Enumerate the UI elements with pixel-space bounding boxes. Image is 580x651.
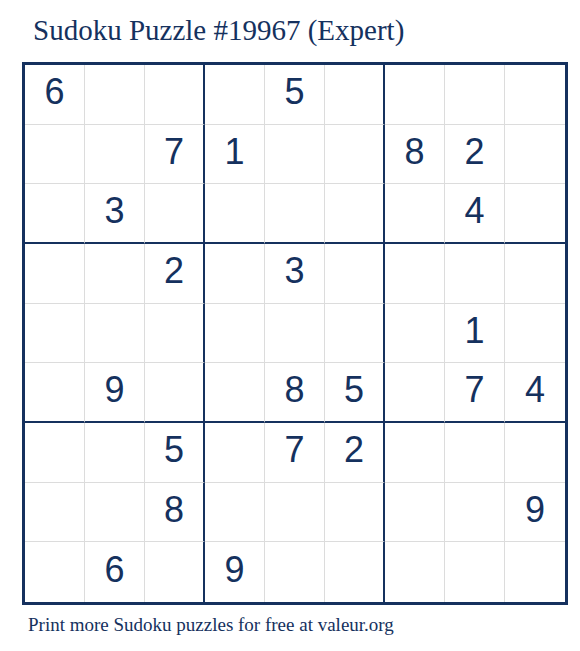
cell-r1c9[interactable] [505, 65, 565, 125]
cell-r1c1[interactable]: 6 [25, 65, 85, 125]
cell-r2c9[interactable] [505, 125, 565, 185]
cell-r6c6[interactable]: 5 [325, 363, 385, 423]
cell-r6c8[interactable]: 7 [445, 363, 505, 423]
cell-r1c3[interactable] [145, 65, 205, 125]
cell-r4c3[interactable]: 2 [145, 244, 205, 304]
cell-r2c2[interactable] [85, 125, 145, 185]
cell-r3c2[interactable]: 3 [85, 184, 145, 244]
cell-r4c4[interactable] [205, 244, 265, 304]
cell-r3c1[interactable] [25, 184, 85, 244]
cell-r8c8[interactable] [445, 483, 505, 543]
cell-r3c6[interactable] [325, 184, 385, 244]
sudoku-board: 65718234231985745728969 [22, 62, 568, 605]
cell-r4c1[interactable] [25, 244, 85, 304]
cell-r9c1[interactable] [25, 542, 85, 602]
cell-r7c4[interactable] [205, 423, 265, 483]
cell-r4c2[interactable] [85, 244, 145, 304]
cell-r7c3[interactable]: 5 [145, 423, 205, 483]
cell-r6c2[interactable]: 9 [85, 363, 145, 423]
cell-r8c4[interactable] [205, 483, 265, 543]
cell-r8c5[interactable] [265, 483, 325, 543]
cell-r2c5[interactable] [265, 125, 325, 185]
footer-text: Print more Sudoku puzzles for free at va… [28, 614, 394, 636]
cell-r3c7[interactable] [385, 184, 445, 244]
cell-r4c9[interactable] [505, 244, 565, 304]
cell-r3c8[interactable]: 4 [445, 184, 505, 244]
cell-r4c8[interactable] [445, 244, 505, 304]
cell-r6c1[interactable] [25, 363, 85, 423]
cell-r2c1[interactable] [25, 125, 85, 185]
cell-r2c8[interactable]: 2 [445, 125, 505, 185]
cell-r2c4[interactable]: 1 [205, 125, 265, 185]
cell-r9c3[interactable] [145, 542, 205, 602]
cell-r7c6[interactable]: 2 [325, 423, 385, 483]
cell-r8c6[interactable] [325, 483, 385, 543]
cell-r2c3[interactable]: 7 [145, 125, 205, 185]
cell-r4c7[interactable] [385, 244, 445, 304]
cell-r6c9[interactable]: 4 [505, 363, 565, 423]
cell-r1c2[interactable] [85, 65, 145, 125]
cell-r8c2[interactable] [85, 483, 145, 543]
cell-r5c2[interactable] [85, 304, 145, 364]
cell-r5c1[interactable] [25, 304, 85, 364]
cell-r3c5[interactable] [265, 184, 325, 244]
cell-r9c2[interactable]: 6 [85, 542, 145, 602]
cell-r4c6[interactable] [325, 244, 385, 304]
cell-r6c4[interactable] [205, 363, 265, 423]
cell-r2c7[interactable]: 8 [385, 125, 445, 185]
cell-r5c4[interactable] [205, 304, 265, 364]
cell-r1c6[interactable] [325, 65, 385, 125]
cell-r3c9[interactable] [505, 184, 565, 244]
sudoku-page: Sudoku Puzzle #19967 (Expert) 6571823423… [0, 0, 580, 651]
cell-r9c8[interactable] [445, 542, 505, 602]
cell-r7c7[interactable] [385, 423, 445, 483]
cell-r8c9[interactable]: 9 [505, 483, 565, 543]
cell-r2c6[interactable] [325, 125, 385, 185]
cell-r9c6[interactable] [325, 542, 385, 602]
cell-r6c3[interactable] [145, 363, 205, 423]
cell-r7c9[interactable] [505, 423, 565, 483]
cell-r9c7[interactable] [385, 542, 445, 602]
cell-r6c5[interactable]: 8 [265, 363, 325, 423]
cell-r5c5[interactable] [265, 304, 325, 364]
cell-r3c3[interactable] [145, 184, 205, 244]
cell-r5c6[interactable] [325, 304, 385, 364]
cell-r8c7[interactable] [385, 483, 445, 543]
page-title: Sudoku Puzzle #19967 (Expert) [33, 14, 404, 47]
cell-r9c9[interactable] [505, 542, 565, 602]
cell-r6c7[interactable] [385, 363, 445, 423]
cell-r5c7[interactable] [385, 304, 445, 364]
cell-r1c8[interactable] [445, 65, 505, 125]
cell-r5c3[interactable] [145, 304, 205, 364]
cell-r9c5[interactable] [265, 542, 325, 602]
cell-r4c5[interactable]: 3 [265, 244, 325, 304]
cell-r7c2[interactable] [85, 423, 145, 483]
cell-r1c4[interactable] [205, 65, 265, 125]
cell-r1c5[interactable]: 5 [265, 65, 325, 125]
cell-r5c9[interactable] [505, 304, 565, 364]
cell-r3c4[interactable] [205, 184, 265, 244]
cell-r8c1[interactable] [25, 483, 85, 543]
cell-r9c4[interactable]: 9 [205, 542, 265, 602]
cell-r7c5[interactable]: 7 [265, 423, 325, 483]
cell-r7c8[interactable] [445, 423, 505, 483]
cell-r8c3[interactable]: 8 [145, 483, 205, 543]
cell-r1c7[interactable] [385, 65, 445, 125]
cell-r7c1[interactable] [25, 423, 85, 483]
cell-r5c8[interactable]: 1 [445, 304, 505, 364]
